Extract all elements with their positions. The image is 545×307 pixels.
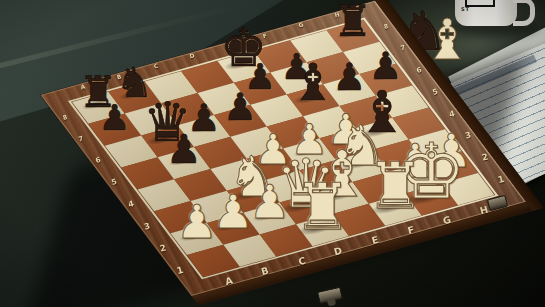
piece-white-P-b2[interactable]: ♟ (212, 189, 254, 236)
piece-white-P-a2[interactable]: ♟ (176, 200, 218, 247)
scene: ST AABBCCDDEEFFGGHH1122334455667788 ♜♞♚♜… (0, 0, 545, 307)
piece-white-P-c2[interactable]: ♟ (249, 179, 291, 226)
mug-handle (513, 0, 535, 26)
piece-black-P-a7[interactable]: ♟ (99, 100, 131, 135)
piece-black-B-f6[interactable]: ♝ (290, 57, 336, 108)
piece-white-R-f1[interactable]: ♜ (366, 154, 424, 218)
piece-black-P-d6[interactable]: ♟ (223, 90, 257, 128)
piece-white-R-d1[interactable]: ♜ (294, 175, 352, 239)
piece-black-R-h8[interactable]: ♜ (333, 0, 372, 43)
piece-black-P-b5[interactable]: ♟ (166, 130, 202, 170)
